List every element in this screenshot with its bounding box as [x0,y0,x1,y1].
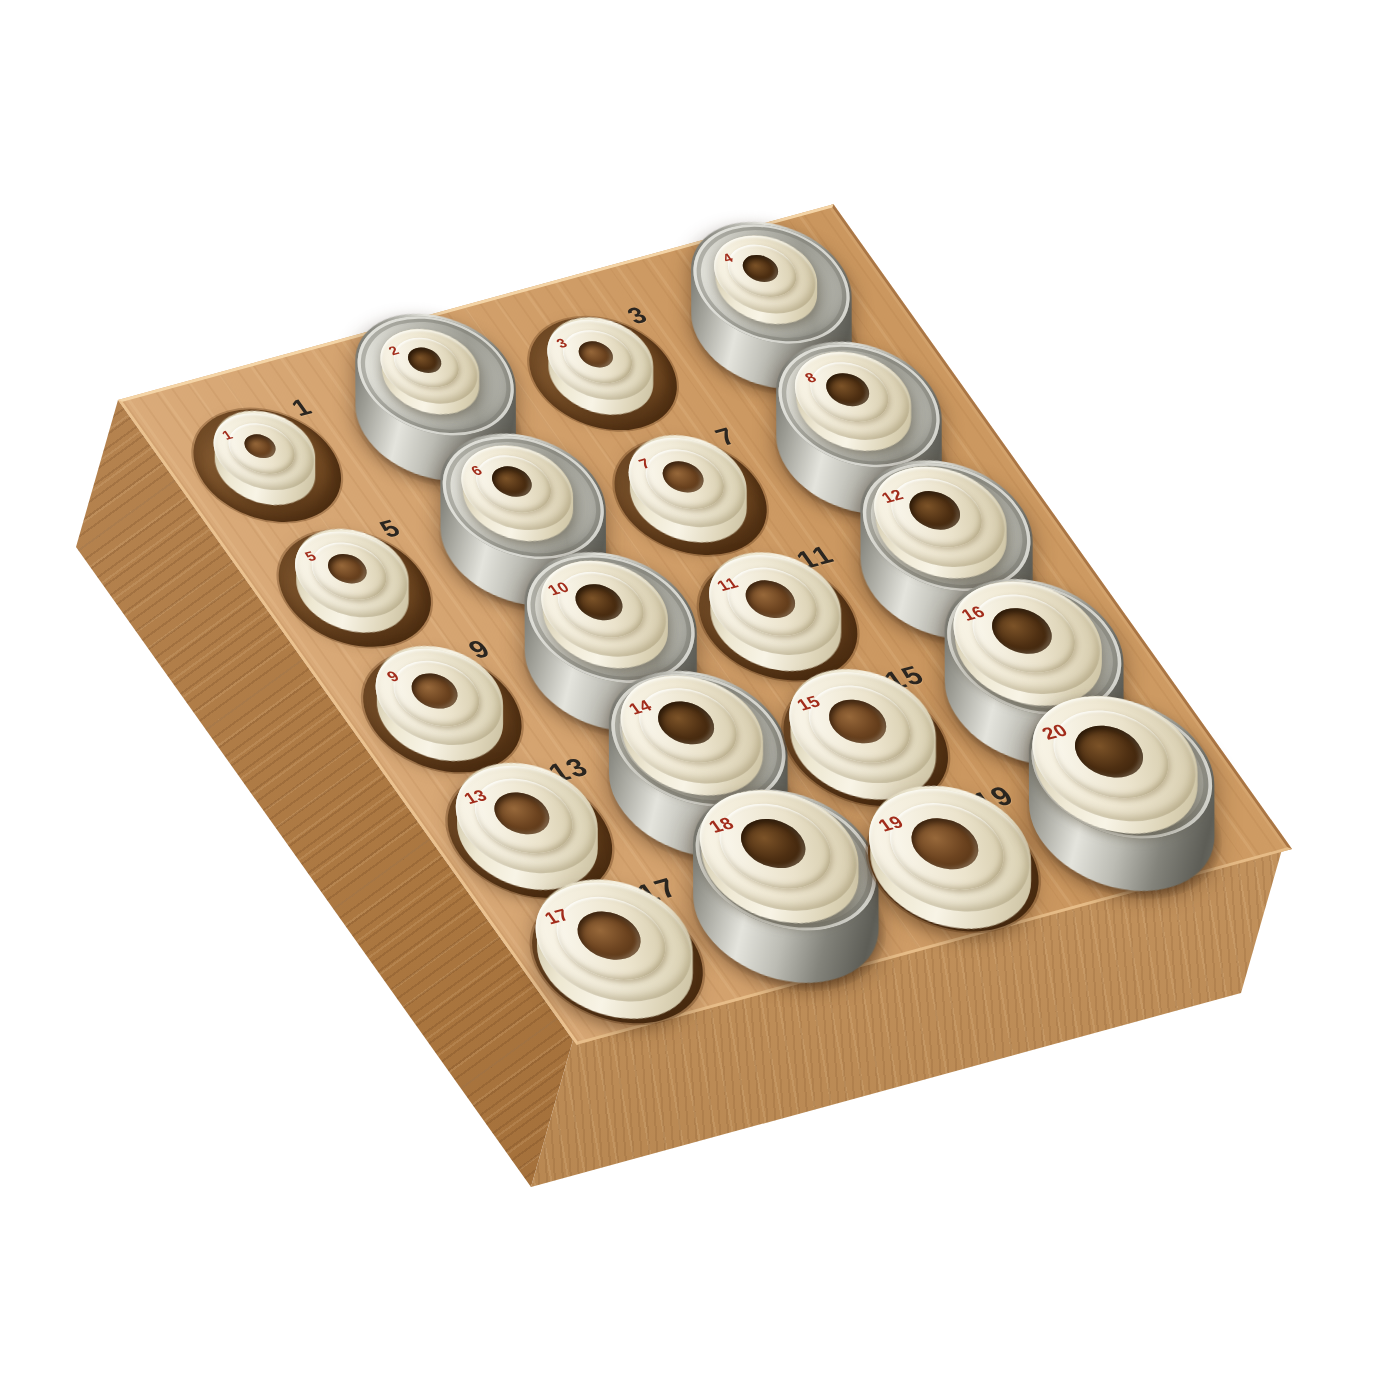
hole-number-stamp: 5 [375,516,406,542]
hole-number-stamp: 3 [623,303,654,328]
hole-number-stamp: 1 [287,395,318,420]
product-photo-die-tray: 1 1 2 [0,0,1400,1400]
